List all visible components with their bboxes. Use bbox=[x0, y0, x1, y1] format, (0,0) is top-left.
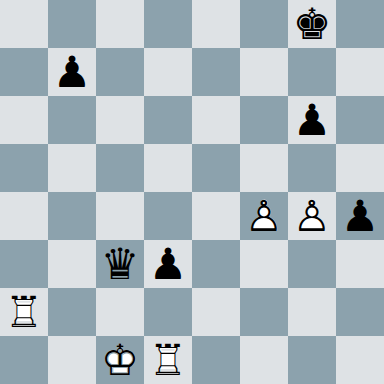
square-d7[interactable] bbox=[144, 48, 192, 96]
square-f1[interactable] bbox=[240, 336, 288, 384]
piece-white-rook: ♖ bbox=[0, 288, 48, 336]
square-a2[interactable]: ♜♖ bbox=[0, 288, 48, 336]
square-c4[interactable] bbox=[96, 192, 144, 240]
square-h6[interactable] bbox=[336, 96, 384, 144]
piece-white-rook: ♖ bbox=[144, 336, 192, 384]
square-e1[interactable] bbox=[192, 336, 240, 384]
square-a5[interactable] bbox=[0, 144, 48, 192]
piece-white-rook-fill: ♜ bbox=[144, 336, 192, 384]
square-h3[interactable] bbox=[336, 240, 384, 288]
square-d5[interactable] bbox=[144, 144, 192, 192]
square-e8[interactable] bbox=[192, 0, 240, 48]
piece-black-pawn: ♟ bbox=[48, 48, 96, 96]
square-f4[interactable]: ♟♙ bbox=[240, 192, 288, 240]
square-e7[interactable] bbox=[192, 48, 240, 96]
piece-white-pawn-fill: ♟ bbox=[240, 192, 288, 240]
square-d4[interactable] bbox=[144, 192, 192, 240]
piece-white-rook-fill: ♜ bbox=[0, 288, 48, 336]
square-e2[interactable] bbox=[192, 288, 240, 336]
square-a1[interactable] bbox=[0, 336, 48, 384]
chess-board: ♚♟♟♟♙♟♙♟♛♟♜♖♚♔♜♖ bbox=[0, 0, 384, 384]
square-g1[interactable] bbox=[288, 336, 336, 384]
square-f6[interactable] bbox=[240, 96, 288, 144]
square-g8[interactable]: ♚ bbox=[288, 0, 336, 48]
square-a4[interactable] bbox=[0, 192, 48, 240]
square-f7[interactable] bbox=[240, 48, 288, 96]
square-e6[interactable] bbox=[192, 96, 240, 144]
square-g3[interactable] bbox=[288, 240, 336, 288]
square-c7[interactable] bbox=[96, 48, 144, 96]
square-g7[interactable] bbox=[288, 48, 336, 96]
square-b8[interactable] bbox=[48, 0, 96, 48]
square-c1[interactable]: ♚♔ bbox=[96, 336, 144, 384]
piece-white-pawn: ♙ bbox=[240, 192, 288, 240]
piece-black-pawn: ♟ bbox=[288, 96, 336, 144]
square-d6[interactable] bbox=[144, 96, 192, 144]
piece-white-pawn-fill: ♟ bbox=[288, 192, 336, 240]
square-g4[interactable]: ♟♙ bbox=[288, 192, 336, 240]
square-a8[interactable] bbox=[0, 0, 48, 48]
piece-white-king-fill: ♚ bbox=[96, 336, 144, 384]
square-d1[interactable]: ♜♖ bbox=[144, 336, 192, 384]
piece-black-king: ♚ bbox=[288, 0, 336, 48]
square-c5[interactable] bbox=[96, 144, 144, 192]
square-a7[interactable] bbox=[0, 48, 48, 96]
square-h4[interactable]: ♟ bbox=[336, 192, 384, 240]
square-f5[interactable] bbox=[240, 144, 288, 192]
square-f3[interactable] bbox=[240, 240, 288, 288]
square-c2[interactable] bbox=[96, 288, 144, 336]
piece-white-king: ♔ bbox=[96, 336, 144, 384]
square-c8[interactable] bbox=[96, 0, 144, 48]
square-b1[interactable] bbox=[48, 336, 96, 384]
square-h2[interactable] bbox=[336, 288, 384, 336]
square-b6[interactable] bbox=[48, 96, 96, 144]
square-d2[interactable] bbox=[144, 288, 192, 336]
square-h8[interactable] bbox=[336, 0, 384, 48]
square-d8[interactable] bbox=[144, 0, 192, 48]
square-c6[interactable] bbox=[96, 96, 144, 144]
square-f2[interactable] bbox=[240, 288, 288, 336]
square-b7[interactable]: ♟ bbox=[48, 48, 96, 96]
piece-black-pawn: ♟ bbox=[336, 192, 384, 240]
square-a6[interactable] bbox=[0, 96, 48, 144]
square-f8[interactable] bbox=[240, 0, 288, 48]
square-b5[interactable] bbox=[48, 144, 96, 192]
square-e4[interactable] bbox=[192, 192, 240, 240]
square-h5[interactable] bbox=[336, 144, 384, 192]
square-b4[interactable] bbox=[48, 192, 96, 240]
square-a3[interactable] bbox=[0, 240, 48, 288]
square-d3[interactable]: ♟ bbox=[144, 240, 192, 288]
square-b3[interactable] bbox=[48, 240, 96, 288]
square-g2[interactable] bbox=[288, 288, 336, 336]
piece-black-queen: ♛ bbox=[96, 240, 144, 288]
square-g6[interactable]: ♟ bbox=[288, 96, 336, 144]
square-g5[interactable] bbox=[288, 144, 336, 192]
square-e3[interactable] bbox=[192, 240, 240, 288]
square-b2[interactable] bbox=[48, 288, 96, 336]
square-e5[interactable] bbox=[192, 144, 240, 192]
square-c3[interactable]: ♛ bbox=[96, 240, 144, 288]
piece-white-pawn: ♙ bbox=[288, 192, 336, 240]
square-h7[interactable] bbox=[336, 48, 384, 96]
piece-black-pawn: ♟ bbox=[144, 240, 192, 288]
square-h1[interactable] bbox=[336, 336, 384, 384]
